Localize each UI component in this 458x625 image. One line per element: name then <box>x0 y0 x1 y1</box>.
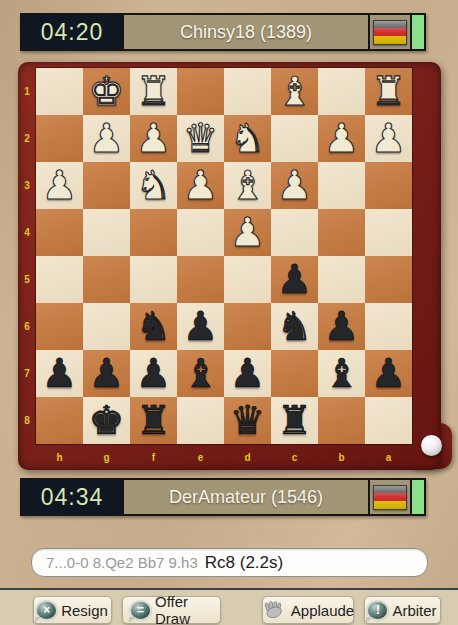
rank-label-1: 1 <box>18 68 36 115</box>
square-h5[interactable] <box>36 256 83 303</box>
square-g8[interactable]: ♚ <box>83 397 130 444</box>
square-d5[interactable] <box>224 256 271 303</box>
square-g3[interactable] <box>83 162 130 209</box>
resign-label: Resign <box>61 602 108 619</box>
piece-black-pawn[interactable]: ♟ <box>136 350 172 397</box>
piece-black-rook[interactable]: ♜ <box>136 397 172 444</box>
piece-black-bishop[interactable]: ♝ <box>324 350 360 397</box>
square-b3[interactable] <box>318 162 365 209</box>
square-g2[interactable]: ♟ <box>83 115 130 162</box>
piece-white-pawn[interactable]: ♟ <box>230 209 266 256</box>
action-strip: × Resign = Offer Draw Applaude ! Arbiter <box>0 588 458 625</box>
move-indicator-ball[interactable] <box>421 435 442 456</box>
arbiter-button[interactable]: ! Arbiter <box>364 596 441 624</box>
piece-black-pawn[interactable]: ♟ <box>42 350 78 397</box>
square-f1[interactable]: ♜ <box>130 68 177 115</box>
file-label-h: h <box>36 446 83 468</box>
germany-flag-icon <box>373 20 407 45</box>
square-b2[interactable]: ♟ <box>318 115 365 162</box>
rank-label-6: 6 <box>18 303 36 350</box>
square-f8[interactable]: ♜ <box>130 397 177 444</box>
top-player-bar: 04:20 Chinsy18 (1389) <box>20 13 426 51</box>
square-f5[interactable] <box>130 256 177 303</box>
square-c4[interactable] <box>271 209 318 256</box>
piece-black-king[interactable]: ♚ <box>89 397 125 444</box>
square-d6[interactable] <box>224 303 271 350</box>
square-a3[interactable] <box>365 162 412 209</box>
square-h1[interactable] <box>36 68 83 115</box>
square-b4[interactable] <box>318 209 365 256</box>
square-e4[interactable] <box>177 209 224 256</box>
piece-white-rook[interactable]: ♜ <box>136 68 172 115</box>
square-d2[interactable]: ♞ <box>224 115 271 162</box>
applaude-label: Applaude <box>291 602 354 619</box>
square-c6[interactable]: ♞ <box>271 303 318 350</box>
top-player-status-strip <box>412 15 424 49</box>
piece-black-pawn[interactable]: ♟ <box>371 350 407 397</box>
file-label-f: f <box>130 446 177 468</box>
top-player-flag-cell <box>368 15 412 49</box>
germany-flag-icon <box>373 485 407 510</box>
square-a8[interactable] <box>365 397 412 444</box>
square-h8[interactable] <box>36 397 83 444</box>
piece-white-knight[interactable]: ♞ <box>230 115 266 162</box>
rank-label-3: 3 <box>18 162 36 209</box>
square-c5[interactable]: ♟ <box>271 256 318 303</box>
piece-white-pawn[interactable]: ♟ <box>89 115 125 162</box>
square-e6[interactable]: ♟ <box>177 303 224 350</box>
square-a5[interactable] <box>365 256 412 303</box>
piece-white-pawn[interactable]: ♟ <box>277 162 313 209</box>
file-coordinates: hgfedcba <box>36 446 412 468</box>
square-h6[interactable] <box>36 303 83 350</box>
square-h2[interactable] <box>36 115 83 162</box>
square-c1[interactable]: ♝ <box>271 68 318 115</box>
top-player-name: Chinsy18 (1389) <box>124 15 368 49</box>
clapping-hand-icon <box>262 601 286 619</box>
square-f4[interactable] <box>130 209 177 256</box>
piece-white-bishop[interactable]: ♝ <box>277 68 313 115</box>
bottom-player-clock: 04:34 <box>22 480 124 514</box>
square-f3[interactable]: ♞ <box>130 162 177 209</box>
square-e5[interactable] <box>177 256 224 303</box>
arbiter-label: Arbiter <box>392 602 436 619</box>
bottom-player-flag-cell <box>368 480 412 514</box>
square-b5[interactable] <box>318 256 365 303</box>
file-label-d: d <box>224 446 271 468</box>
rank-label-4: 4 <box>18 209 36 256</box>
square-g4[interactable] <box>83 209 130 256</box>
piece-white-knight[interactable]: ♞ <box>136 162 172 209</box>
rank-label-7: 7 <box>18 350 36 397</box>
piece-white-pawn[interactable]: ♟ <box>371 115 407 162</box>
square-h7[interactable]: ♟ <box>36 350 83 397</box>
square-a4[interactable] <box>365 209 412 256</box>
square-d4[interactable]: ♟ <box>224 209 271 256</box>
square-b6[interactable]: ♟ <box>318 303 365 350</box>
piece-white-pawn[interactable]: ♟ <box>136 115 172 162</box>
square-e7[interactable]: ♝ <box>177 350 224 397</box>
bottom-player-bar: 04:34 DerAmateur (1546) <box>20 478 426 516</box>
file-label-a: a <box>365 446 412 468</box>
bottom-player-name: DerAmateur (1546) <box>124 480 368 514</box>
piece-white-pawn[interactable]: ♟ <box>183 162 219 209</box>
square-e2[interactable]: ♛ <box>177 115 224 162</box>
rank-label-2: 2 <box>18 115 36 162</box>
piece-white-bishop[interactable]: ♝ <box>230 162 266 209</box>
square-e3[interactable]: ♟ <box>177 162 224 209</box>
piece-white-queen[interactable]: ♛ <box>183 115 219 162</box>
square-f7[interactable]: ♟ <box>130 350 177 397</box>
square-d7[interactable]: ♟ <box>224 350 271 397</box>
square-e8[interactable] <box>177 397 224 444</box>
last-move-text: Rc8 (2.2s) <box>205 553 283 573</box>
move-history-text: 7...0-0 8.Qe2 Bb7 9.h3 <box>46 554 198 571</box>
square-b1[interactable] <box>318 68 365 115</box>
resign-button[interactable]: × Resign <box>33 596 112 624</box>
square-f2[interactable]: ♟ <box>130 115 177 162</box>
bottom-player-status-strip <box>412 480 424 514</box>
file-label-c: c <box>271 446 318 468</box>
square-c8[interactable]: ♜ <box>271 397 318 444</box>
square-g7[interactable]: ♟ <box>83 350 130 397</box>
square-g1[interactable]: ♚ <box>83 68 130 115</box>
square-h4[interactable] <box>36 209 83 256</box>
rank-label-8: 8 <box>18 397 36 444</box>
square-c3[interactable]: ♟ <box>271 162 318 209</box>
square-b7[interactable]: ♝ <box>318 350 365 397</box>
piece-white-king[interactable]: ♚ <box>89 68 125 115</box>
equals-speech-bubble-icon: = <box>131 602 150 619</box>
exclamation-speech-bubble-icon: ! <box>368 602 387 619</box>
square-c2[interactable] <box>271 115 318 162</box>
square-g6[interactable] <box>83 303 130 350</box>
square-a7[interactable]: ♟ <box>365 350 412 397</box>
square-g5[interactable] <box>83 256 130 303</box>
board-grid: ♚♜♝♜♟♟♛♞♟♟♟♞♟♝♟♟♟♞♟♞♟♟♟♟♝♟♝♟♚♜♛♜ <box>36 68 412 444</box>
square-d8[interactable]: ♛ <box>224 397 271 444</box>
piece-black-pawn[interactable]: ♟ <box>89 350 125 397</box>
file-label-e: e <box>177 446 224 468</box>
square-a2[interactable]: ♟ <box>365 115 412 162</box>
piece-black-pawn[interactable]: ♟ <box>324 303 360 350</box>
piece-white-rook[interactable]: ♜ <box>371 68 407 115</box>
piece-black-knight[interactable]: ♞ <box>277 303 313 350</box>
piece-white-pawn[interactable]: ♟ <box>42 162 78 209</box>
piece-black-pawn[interactable]: ♟ <box>183 303 219 350</box>
offer-draw-button[interactable]: = Offer Draw <box>122 596 221 624</box>
file-label-b: b <box>318 446 365 468</box>
square-e1[interactable] <box>177 68 224 115</box>
square-a6[interactable] <box>365 303 412 350</box>
square-f6[interactable]: ♞ <box>130 303 177 350</box>
offer-draw-label: Offer Draw <box>155 593 212 625</box>
piece-white-pawn[interactable]: ♟ <box>324 115 360 162</box>
piece-black-rook[interactable]: ♜ <box>277 397 313 444</box>
rank-label-5: 5 <box>18 256 36 303</box>
piece-black-pawn[interactable]: ♟ <box>277 256 313 303</box>
piece-black-pawn[interactable]: ♟ <box>230 350 266 397</box>
square-d1[interactable] <box>224 68 271 115</box>
square-d3[interactable]: ♝ <box>224 162 271 209</box>
rank-coordinates: 12345678 <box>18 68 36 444</box>
piece-black-queen[interactable]: ♛ <box>230 397 266 444</box>
piece-black-bishop[interactable]: ♝ <box>183 350 219 397</box>
x-speech-bubble-icon: × <box>37 602 56 619</box>
square-a1[interactable]: ♜ <box>365 68 412 115</box>
square-h3[interactable]: ♟ <box>36 162 83 209</box>
square-c7[interactable] <box>271 350 318 397</box>
file-label-g: g <box>83 446 130 468</box>
square-b8[interactable] <box>318 397 365 444</box>
applaude-button[interactable]: Applaude <box>262 596 354 624</box>
top-player-clock: 04:20 <box>22 15 124 49</box>
move-list-bar[interactable]: 7...0-0 8.Qe2 Bb7 9.h3 Rc8 (2.2s) <box>31 548 428 577</box>
chess-board: 12345678 ♚♜♝♜♟♟♛♞♟♟♟♞♟♝♟♟♟♞♟♞♟♟♟♟♝♟♝♟♚♜♛… <box>18 62 441 470</box>
piece-black-knight[interactable]: ♞ <box>136 303 172 350</box>
